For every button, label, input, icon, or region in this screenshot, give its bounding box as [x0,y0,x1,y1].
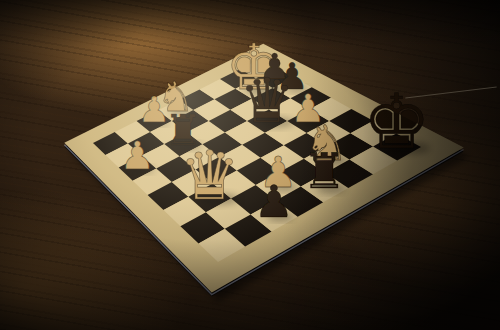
table-surface: ♟♞♚♟♟♜♟♛♟♛♟♞♟♜♚ [0,0,500,330]
vignette-overlay [0,0,500,330]
